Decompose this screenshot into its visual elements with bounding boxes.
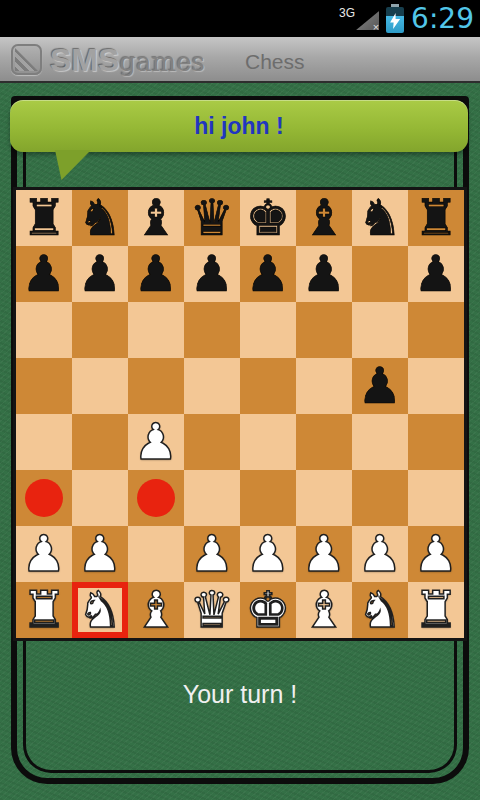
square-b7[interactable]: ♟ (72, 246, 128, 302)
square-c1[interactable]: ♝ (128, 582, 184, 638)
square-h5[interactable] (408, 358, 464, 414)
square-b5[interactable] (72, 358, 128, 414)
square-a5[interactable] (16, 358, 72, 414)
black-knight-piece: ♞ (358, 190, 403, 246)
square-h1[interactable]: ♜ (408, 582, 464, 638)
black-king-piece: ♚ (246, 190, 291, 246)
square-b6[interactable] (72, 302, 128, 358)
white-pawn-piece: ♟ (414, 526, 459, 582)
no-signal-x-icon: × (373, 22, 379, 33)
square-d8[interactable]: ♛ (184, 190, 240, 246)
white-pawn-piece: ♟ (22, 526, 67, 582)
square-f1[interactable]: ♝ (296, 582, 352, 638)
black-pawn-piece: ♟ (302, 246, 347, 302)
square-e8[interactable]: ♚ (240, 190, 296, 246)
black-knight-piece: ♞ (78, 190, 123, 246)
square-d2[interactable]: ♟ (184, 526, 240, 582)
black-pawn-piece: ♟ (414, 246, 459, 302)
square-f8[interactable]: ♝ (296, 190, 352, 246)
status-bar: 3G × 6:29 (0, 0, 480, 37)
network-3g-label: 3G (339, 6, 355, 20)
square-e3[interactable] (240, 470, 296, 526)
square-g1[interactable]: ♞ (352, 582, 408, 638)
black-pawn-piece: ♟ (22, 246, 67, 302)
square-f4[interactable] (296, 414, 352, 470)
chess-board: ♜♞♝♛♚♝♞♜♟♟♟♟♟♟♟♟♟♟♟♟♟♟♟♟♜♞♝♛♚♝♞♜ (13, 187, 467, 641)
white-bishop-piece: ♝ (134, 582, 179, 638)
square-h7[interactable]: ♟ (408, 246, 464, 302)
square-g8[interactable]: ♞ (352, 190, 408, 246)
square-e1[interactable]: ♚ (240, 582, 296, 638)
square-e2[interactable]: ♟ (240, 526, 296, 582)
square-d6[interactable] (184, 302, 240, 358)
square-c2[interactable] (128, 526, 184, 582)
square-a2[interactable]: ♟ (16, 526, 72, 582)
square-a7[interactable]: ♟ (16, 246, 72, 302)
logo-text-games: games (119, 47, 205, 77)
white-pawn-piece: ♟ (134, 414, 179, 470)
square-h2[interactable]: ♟ (408, 526, 464, 582)
move-target-dot (25, 479, 63, 517)
black-rook-piece: ♜ (414, 190, 459, 246)
turn-status-text: Your turn ! (0, 680, 480, 709)
square-d1[interactable]: ♛ (184, 582, 240, 638)
square-g5[interactable]: ♟ (352, 358, 408, 414)
square-c8[interactable]: ♝ (128, 190, 184, 246)
square-e6[interactable] (240, 302, 296, 358)
white-knight-piece: ♞ (78, 582, 123, 638)
app-logo: SMSgames (50, 37, 205, 89)
square-h8[interactable]: ♜ (408, 190, 464, 246)
square-g4[interactable] (352, 414, 408, 470)
square-a8[interactable]: ♜ (16, 190, 72, 246)
square-c7[interactable]: ♟ (128, 246, 184, 302)
white-queen-piece: ♛ (190, 582, 235, 638)
app-header: SMSgames Chess (0, 37, 480, 83)
square-a1[interactable]: ♜ (16, 582, 72, 638)
square-f7[interactable]: ♟ (296, 246, 352, 302)
black-pawn-piece: ♟ (78, 246, 123, 302)
square-c6[interactable] (128, 302, 184, 358)
square-h6[interactable] (408, 302, 464, 358)
move-target-dot (137, 479, 175, 517)
white-rook-piece: ♜ (22, 582, 67, 638)
battery-charging-icon (386, 4, 404, 33)
signal-strength-icon: × (356, 11, 379, 30)
white-bishop-piece: ♝ (302, 582, 347, 638)
square-e5[interactable] (240, 358, 296, 414)
square-f3[interactable] (296, 470, 352, 526)
table-felt-background: hi john ! ♜♞♝♛♚♝♞♜♟♟♟♟♟♟♟♟♟♟♟♟♟♟♟♟♜♞♝♛♚♝… (0, 83, 480, 800)
black-queen-piece: ♛ (190, 190, 235, 246)
black-pawn-piece: ♟ (246, 246, 291, 302)
square-h4[interactable] (408, 414, 464, 470)
black-bishop-piece: ♝ (302, 190, 347, 246)
clock-time: 6:29 (411, 2, 474, 35)
square-f6[interactable] (296, 302, 352, 358)
square-b8[interactable]: ♞ (72, 190, 128, 246)
black-pawn-piece: ♟ (190, 246, 235, 302)
square-f5[interactable] (296, 358, 352, 414)
square-c3[interactable] (128, 470, 184, 526)
black-bishop-piece: ♝ (134, 190, 179, 246)
square-d5[interactable] (184, 358, 240, 414)
square-g3[interactable] (352, 470, 408, 526)
square-a6[interactable] (16, 302, 72, 358)
square-e7[interactable]: ♟ (240, 246, 296, 302)
square-c4[interactable]: ♟ (128, 414, 184, 470)
square-b1[interactable]: ♞ (72, 582, 128, 638)
logo-text-sms: SMS (50, 42, 119, 78)
square-c5[interactable] (128, 358, 184, 414)
square-d4[interactable] (184, 414, 240, 470)
square-h3[interactable] (408, 470, 464, 526)
chat-message: hi john ! (10, 100, 468, 152)
smsgames-logo-icon (11, 44, 42, 75)
white-pawn-piece: ♟ (190, 526, 235, 582)
square-g2[interactable]: ♟ (352, 526, 408, 582)
square-b4[interactable] (72, 414, 128, 470)
black-rook-piece: ♜ (22, 190, 67, 246)
square-b3[interactable] (72, 470, 128, 526)
white-king-piece: ♚ (246, 582, 291, 638)
square-g6[interactable] (352, 302, 408, 358)
square-e4[interactable] (240, 414, 296, 470)
white-pawn-piece: ♟ (246, 526, 291, 582)
screen-title: Chess (245, 37, 305, 87)
square-g7[interactable] (352, 246, 408, 302)
white-knight-piece: ♞ (358, 582, 403, 638)
square-a3[interactable] (16, 470, 72, 526)
square-a4[interactable] (16, 414, 72, 470)
square-d7[interactable]: ♟ (184, 246, 240, 302)
black-pawn-piece: ♟ (134, 246, 179, 302)
square-d3[interactable] (184, 470, 240, 526)
white-rook-piece: ♜ (414, 582, 459, 638)
white-pawn-piece: ♟ (358, 526, 403, 582)
white-pawn-piece: ♟ (78, 526, 123, 582)
logo-stripes (15, 48, 38, 71)
square-b2[interactable]: ♟ (72, 526, 128, 582)
black-pawn-piece: ♟ (358, 358, 403, 414)
square-f2[interactable]: ♟ (296, 526, 352, 582)
chat-bubble[interactable]: hi john ! (10, 100, 468, 152)
white-pawn-piece: ♟ (302, 526, 347, 582)
